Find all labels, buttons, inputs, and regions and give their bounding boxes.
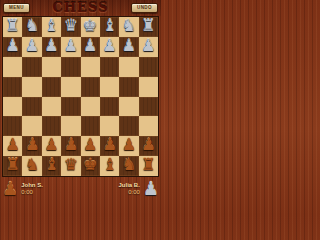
square-f2[interactable]: ♟ xyxy=(100,136,119,156)
square-b4[interactable] xyxy=(22,97,41,117)
square-e3[interactable] xyxy=(81,116,100,136)
black-player-clock: 0:00 xyxy=(119,189,140,196)
square-c4[interactable] xyxy=(42,97,61,117)
square-b3[interactable] xyxy=(22,116,41,136)
black-pawn[interactable]: ♟ xyxy=(83,38,97,54)
square-d5[interactable] xyxy=(61,77,80,97)
square-c2[interactable]: ♟ xyxy=(42,136,61,156)
square-h5[interactable] xyxy=(139,77,158,97)
square-e2[interactable]: ♟ xyxy=(81,136,100,156)
white-pawn[interactable]: ♟ xyxy=(122,137,136,153)
square-h8[interactable]: ♜ xyxy=(139,17,158,37)
square-e6[interactable] xyxy=(81,57,100,77)
black-queen[interactable]: ♛ xyxy=(64,18,78,34)
square-g3[interactable] xyxy=(119,116,138,136)
square-h3[interactable] xyxy=(139,116,158,136)
player-bar: ♟ John S. 0:00 Julia B. 0:00 ♟ xyxy=(0,177,161,215)
square-f1[interactable]: ♝ xyxy=(100,156,119,176)
white-pawn[interactable]: ♟ xyxy=(83,137,97,153)
square-c3[interactable] xyxy=(42,116,61,136)
square-a5[interactable] xyxy=(3,77,22,97)
square-d8[interactable]: ♛ xyxy=(61,17,80,37)
square-a3[interactable] xyxy=(3,116,22,136)
white-pawn[interactable]: ♟ xyxy=(25,137,39,153)
undo-button[interactable]: UNDO xyxy=(131,3,158,13)
white-king[interactable]: ♚ xyxy=(83,157,97,173)
square-h4[interactable] xyxy=(139,97,158,117)
square-g4[interactable] xyxy=(119,97,138,117)
black-pawn[interactable]: ♟ xyxy=(25,38,39,54)
white-pawn[interactable]: ♟ xyxy=(141,137,155,153)
white-pawn[interactable]: ♟ xyxy=(44,137,58,153)
square-b2[interactable]: ♟ xyxy=(22,136,41,156)
black-bishop[interactable]: ♝ xyxy=(102,18,116,34)
white-bishop[interactable]: ♝ xyxy=(44,157,58,173)
square-f7[interactable]: ♟ xyxy=(100,37,119,57)
square-d1[interactable]: ♛ xyxy=(61,156,80,176)
white-rook[interactable]: ♜ xyxy=(141,157,155,173)
square-a2[interactable]: ♟ xyxy=(3,136,22,156)
white-rook[interactable]: ♜ xyxy=(6,157,20,173)
white-pawn-icon: ♟ xyxy=(2,180,18,198)
white-player-name: John S. xyxy=(21,182,43,189)
square-b5[interactable] xyxy=(22,77,41,97)
square-a7[interactable]: ♟ xyxy=(3,37,22,57)
black-player-info: Julia B. 0:00 ♟ xyxy=(116,180,159,198)
chess-board[interactable]: ♜♞♝♛♚♝♞♜♟♟♟♟♟♟♟♟♟♟♟♟♟♟♟♟♜♞♝♛♚♝♞♜ xyxy=(2,16,159,177)
black-pawn[interactable]: ♟ xyxy=(141,38,155,54)
square-f4[interactable] xyxy=(100,97,119,117)
square-h7[interactable]: ♟ xyxy=(139,37,158,57)
square-d2[interactable]: ♟ xyxy=(61,136,80,156)
white-pawn[interactable]: ♟ xyxy=(64,137,78,153)
square-e1[interactable]: ♚ xyxy=(81,156,100,176)
square-c6[interactable] xyxy=(42,57,61,77)
square-c8[interactable]: ♝ xyxy=(42,17,61,37)
square-g5[interactable] xyxy=(119,77,138,97)
square-g7[interactable]: ♟ xyxy=(119,37,138,57)
square-g6[interactable] xyxy=(119,57,138,77)
square-h1[interactable]: ♜ xyxy=(139,156,158,176)
black-knight[interactable]: ♞ xyxy=(25,18,39,34)
square-f8[interactable]: ♝ xyxy=(100,17,119,37)
square-d6[interactable] xyxy=(61,57,80,77)
black-rook[interactable]: ♜ xyxy=(141,18,155,34)
square-h6[interactable] xyxy=(139,57,158,77)
square-d4[interactable] xyxy=(61,97,80,117)
white-knight[interactable]: ♞ xyxy=(122,157,136,173)
white-player-info: ♟ John S. 0:00 xyxy=(2,180,46,198)
white-knight[interactable]: ♞ xyxy=(25,157,39,173)
square-e4[interactable] xyxy=(81,97,100,117)
square-f5[interactable] xyxy=(100,77,119,97)
square-e5[interactable] xyxy=(81,77,100,97)
square-b6[interactable] xyxy=(22,57,41,77)
black-pawn[interactable]: ♟ xyxy=(64,38,78,54)
black-king[interactable]: ♚ xyxy=(83,18,97,34)
black-knight[interactable]: ♞ xyxy=(122,18,136,34)
square-c5[interactable] xyxy=(42,77,61,97)
white-pawn[interactable]: ♟ xyxy=(6,137,20,153)
square-e8[interactable]: ♚ xyxy=(81,17,100,37)
white-player-clock: 0:00 xyxy=(21,189,43,196)
black-player-name: Julia B. xyxy=(119,182,140,189)
square-d7[interactable]: ♟ xyxy=(61,37,80,57)
square-b1[interactable]: ♞ xyxy=(22,156,41,176)
black-pawn[interactable]: ♟ xyxy=(44,38,58,54)
white-pawn[interactable]: ♟ xyxy=(102,137,116,153)
black-pawn[interactable]: ♟ xyxy=(122,38,136,54)
square-g8[interactable]: ♞ xyxy=(119,17,138,37)
square-e7[interactable]: ♟ xyxy=(81,37,100,57)
square-b7[interactable]: ♟ xyxy=(22,37,41,57)
white-queen[interactable]: ♛ xyxy=(64,157,78,173)
black-bishop[interactable]: ♝ xyxy=(44,18,58,34)
square-f6[interactable] xyxy=(100,57,119,77)
square-c7[interactable]: ♟ xyxy=(42,37,61,57)
square-a4[interactable] xyxy=(3,97,22,117)
square-g1[interactable]: ♞ xyxy=(119,156,138,176)
black-pawn[interactable]: ♟ xyxy=(6,38,20,54)
menu-button[interactable]: MENU xyxy=(3,3,30,13)
square-a1[interactable]: ♜ xyxy=(3,156,22,176)
square-b8[interactable]: ♞ xyxy=(22,17,41,37)
square-c1[interactable]: ♝ xyxy=(42,156,61,176)
square-a6[interactable] xyxy=(3,57,22,77)
square-f3[interactable] xyxy=(100,116,119,136)
black-rook[interactable]: ♜ xyxy=(6,18,20,34)
square-g2[interactable]: ♟ xyxy=(119,136,138,156)
square-d3[interactable] xyxy=(61,116,80,136)
black-pawn-icon: ♟ xyxy=(143,180,159,198)
white-bishop[interactable]: ♝ xyxy=(102,157,116,173)
square-a8[interactable]: ♜ xyxy=(3,17,22,37)
square-h2[interactable]: ♟ xyxy=(139,136,158,156)
black-pawn[interactable]: ♟ xyxy=(102,38,116,54)
